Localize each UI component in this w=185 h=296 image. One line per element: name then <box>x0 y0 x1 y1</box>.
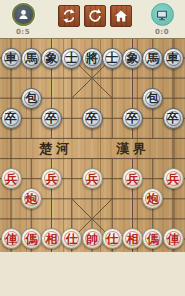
piece-black[interactable]: 將 <box>82 48 103 69</box>
toolbar: 0:5 <box>0 0 185 38</box>
player-score: 0:5 <box>11 28 35 36</box>
piece-red[interactable]: 炮 <box>21 188 42 209</box>
computer-panel: 0:0 <box>150 3 174 36</box>
river-label-chu: 楚河 <box>39 141 73 156</box>
piece-red[interactable]: 帥 <box>82 228 103 249</box>
piece-black[interactable]: 象 <box>122 48 143 69</box>
piece-black[interactable]: 卒 <box>163 108 184 129</box>
piece-black[interactable]: 士 <box>102 48 123 69</box>
home-button[interactable] <box>110 5 132 27</box>
swap-icon <box>61 8 77 24</box>
piece-red[interactable]: 兵 <box>1 168 22 189</box>
swap-sides-button[interactable] <box>58 5 80 27</box>
piece-red[interactable]: 俥 <box>1 228 22 249</box>
piece-black[interactable]: 象 <box>41 48 62 69</box>
piece-black[interactable]: 卒 <box>82 108 103 129</box>
piece-black[interactable]: 馬 <box>21 48 42 69</box>
piece-red[interactable]: 兵 <box>82 168 103 189</box>
bottom-bar <box>0 252 185 296</box>
toolbar-buttons <box>58 5 132 27</box>
computer-opponent-button[interactable] <box>151 3 174 26</box>
piece-black[interactable]: 車 <box>1 48 22 69</box>
piece-black[interactable]: 卒 <box>1 108 22 129</box>
xiangqi-app: 0:5 <box>0 0 185 296</box>
player-avatar[interactable] <box>12 3 35 26</box>
computer-score: 0:0 <box>150 28 174 36</box>
river-label-han: 漢界 <box>116 141 150 156</box>
piece-black[interactable]: 車 <box>163 48 184 69</box>
piece-red[interactable]: 兵 <box>163 168 184 189</box>
xiangqi-board[interactable]: 楚河 漢界 車馬象士將士象馬車包包卒卒卒卒卒兵兵兵兵兵炮炮俥傌相仕帥仕相傌俥 <box>0 38 185 252</box>
piece-red[interactable]: 兵 <box>122 168 143 189</box>
piece-black[interactable]: 馬 <box>142 48 163 69</box>
undo-icon <box>87 8 103 24</box>
piece-red[interactable]: 俥 <box>163 228 184 249</box>
home-icon <box>113 8 129 24</box>
piece-black[interactable]: 包 <box>21 88 42 109</box>
piece-black[interactable]: 士 <box>61 48 82 69</box>
piece-red[interactable]: 兵 <box>41 168 62 189</box>
player-panel: 0:5 <box>11 3 35 36</box>
piece-black[interactable]: 卒 <box>41 108 62 129</box>
person-icon <box>16 7 31 22</box>
piece-black[interactable]: 包 <box>142 88 163 109</box>
piece-black[interactable]: 卒 <box>122 108 143 129</box>
board-grid <box>0 39 185 253</box>
computer-icon <box>154 7 170 23</box>
undo-button[interactable] <box>84 5 106 27</box>
